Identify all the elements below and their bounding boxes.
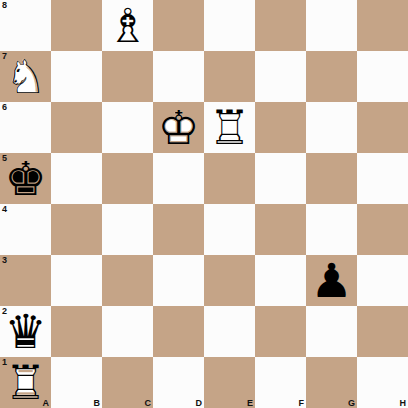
square-d3[interactable] xyxy=(153,255,204,306)
square-a4[interactable]: 4 xyxy=(0,204,51,255)
square-e4[interactable] xyxy=(204,204,255,255)
square-h8[interactable] xyxy=(357,0,408,51)
square-b3[interactable] xyxy=(51,255,102,306)
square-b4[interactable] xyxy=(51,204,102,255)
square-a3[interactable]: 3 xyxy=(0,255,51,306)
square-b1[interactable]: B xyxy=(51,357,102,408)
rank-label-7: 7 xyxy=(2,51,7,61)
square-h5[interactable] xyxy=(357,153,408,204)
square-h7[interactable] xyxy=(357,51,408,102)
square-d1[interactable]: D xyxy=(153,357,204,408)
square-h6[interactable] xyxy=(357,102,408,153)
square-d7[interactable] xyxy=(153,51,204,102)
rank-label-3: 3 xyxy=(2,255,7,265)
square-c2[interactable] xyxy=(102,306,153,357)
square-g8[interactable] xyxy=(306,0,357,51)
chess-board: 8♝♗7♞♘6♚♔♜♖5♚43♟2♛1A♜♖BCDEFGH xyxy=(0,0,408,408)
square-a1[interactable]: 1A♜♖ xyxy=(0,357,51,408)
square-a6[interactable]: 6 xyxy=(0,102,51,153)
square-c3[interactable] xyxy=(102,255,153,306)
rank-label-5: 5 xyxy=(2,153,7,163)
square-f8[interactable] xyxy=(255,0,306,51)
square-f4[interactable] xyxy=(255,204,306,255)
square-b6[interactable] xyxy=(51,102,102,153)
pawn-fill-glyph: ♟ xyxy=(306,255,357,306)
file-label-f: F xyxy=(299,398,305,408)
square-a7[interactable]: 7♞♘ xyxy=(0,51,51,102)
square-h2[interactable] xyxy=(357,306,408,357)
king-fill-glyph: ♚ xyxy=(0,153,51,204)
square-e2[interactable] xyxy=(204,306,255,357)
rank-label-4: 4 xyxy=(2,204,7,214)
square-f1[interactable]: F xyxy=(255,357,306,408)
square-c5[interactable] xyxy=(102,153,153,204)
square-d4[interactable] xyxy=(153,204,204,255)
square-c6[interactable] xyxy=(102,102,153,153)
rank-label-8: 8 xyxy=(2,0,7,10)
square-c8[interactable]: ♝♗ xyxy=(102,0,153,51)
square-f6[interactable] xyxy=(255,102,306,153)
square-d5[interactable] xyxy=(153,153,204,204)
file-label-d: D xyxy=(196,398,203,408)
file-label-e: E xyxy=(247,398,253,408)
rank-label-1: 1 xyxy=(2,357,7,367)
square-a5[interactable]: 5♚ xyxy=(0,153,51,204)
square-c7[interactable] xyxy=(102,51,153,102)
file-label-a: A xyxy=(43,398,50,408)
square-f3[interactable] xyxy=(255,255,306,306)
square-f2[interactable] xyxy=(255,306,306,357)
file-label-g: G xyxy=(348,398,355,408)
rook-outline-glyph: ♖ xyxy=(204,102,255,153)
square-h1[interactable]: H xyxy=(357,357,408,408)
king-outline-glyph: ♔ xyxy=(153,102,204,153)
square-a2[interactable]: 2♛ xyxy=(0,306,51,357)
square-e1[interactable]: E xyxy=(204,357,255,408)
square-h3[interactable] xyxy=(357,255,408,306)
square-f7[interactable] xyxy=(255,51,306,102)
square-b8[interactable] xyxy=(51,0,102,51)
white-king[interactable]: ♚♔ xyxy=(153,102,204,153)
square-a8[interactable]: 8 xyxy=(0,0,51,51)
white-knight[interactable]: ♞♘ xyxy=(0,51,51,102)
square-g5[interactable] xyxy=(306,153,357,204)
file-label-h: H xyxy=(400,398,407,408)
square-f5[interactable] xyxy=(255,153,306,204)
queen-fill-glyph: ♛ xyxy=(0,306,51,357)
white-bishop[interactable]: ♝♗ xyxy=(102,0,153,51)
square-g7[interactable] xyxy=(306,51,357,102)
knight-outline-glyph: ♘ xyxy=(0,51,51,102)
square-g3[interactable]: ♟ xyxy=(306,255,357,306)
square-g2[interactable] xyxy=(306,306,357,357)
square-b5[interactable] xyxy=(51,153,102,204)
bishop-outline-glyph: ♗ xyxy=(102,0,153,51)
square-d6[interactable]: ♚♔ xyxy=(153,102,204,153)
square-g4[interactable] xyxy=(306,204,357,255)
file-label-c: C xyxy=(145,398,152,408)
black-pawn[interactable]: ♟ xyxy=(306,255,357,306)
square-g6[interactable] xyxy=(306,102,357,153)
square-e5[interactable] xyxy=(204,153,255,204)
square-g1[interactable]: G xyxy=(306,357,357,408)
square-d8[interactable] xyxy=(153,0,204,51)
square-c4[interactable] xyxy=(102,204,153,255)
square-d2[interactable] xyxy=(153,306,204,357)
file-label-b: B xyxy=(94,398,101,408)
square-h4[interactable] xyxy=(357,204,408,255)
square-b7[interactable] xyxy=(51,51,102,102)
rank-label-2: 2 xyxy=(2,306,7,316)
black-queen[interactable]: ♛ xyxy=(0,306,51,357)
black-king[interactable]: ♚ xyxy=(0,153,51,204)
rank-label-6: 6 xyxy=(2,102,7,112)
square-b2[interactable] xyxy=(51,306,102,357)
square-e3[interactable] xyxy=(204,255,255,306)
white-rook[interactable]: ♜♖ xyxy=(204,102,255,153)
square-c1[interactable]: C xyxy=(102,357,153,408)
square-e7[interactable] xyxy=(204,51,255,102)
square-e8[interactable] xyxy=(204,0,255,51)
square-e6[interactable]: ♜♖ xyxy=(204,102,255,153)
